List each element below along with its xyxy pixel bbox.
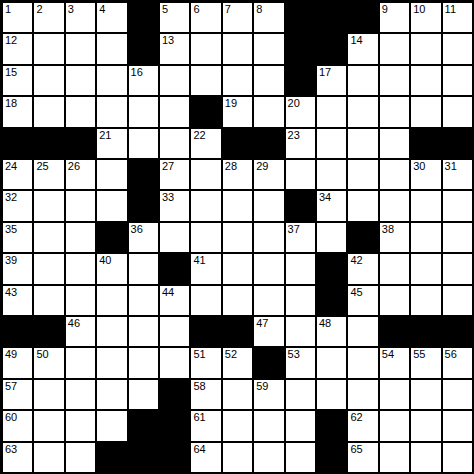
cell-r10c3[interactable] <box>66 286 95 315</box>
cell-r3c2[interactable] <box>34 66 63 95</box>
block-cell-r11c8 <box>223 317 252 346</box>
cell-r15c7[interactable]: 64 <box>191 443 220 472</box>
cell-r1c4[interactable]: 4 <box>97 3 126 32</box>
block-cell-r9c11 <box>317 254 346 283</box>
cell-r14c10[interactable] <box>286 411 315 440</box>
cell-r15c15[interactable] <box>443 443 472 472</box>
cell-r5c4[interactable]: 21 <box>97 129 126 158</box>
cell-r7c2[interactable] <box>34 191 63 220</box>
block-cell-r11c13 <box>380 317 409 346</box>
block-cell-r5c8 <box>223 129 252 158</box>
cell-r1c15[interactable]: 11 <box>443 3 472 32</box>
cell-r11c10[interactable] <box>286 317 315 346</box>
block-cell-r5c9 <box>254 129 283 158</box>
clue-number-15: 15 <box>5 66 17 79</box>
cell-r9c7[interactable]: 41 <box>191 254 220 283</box>
clue-number-38: 38 <box>382 223 394 236</box>
cell-r8c13[interactable]: 38 <box>380 223 409 252</box>
clue-number-42: 42 <box>350 254 362 267</box>
cell-r11c4[interactable] <box>97 317 126 346</box>
cell-r10c4[interactable] <box>97 286 126 315</box>
cell-r1c13[interactable]: 9 <box>380 3 409 32</box>
clue-number-62: 62 <box>350 411 362 424</box>
cell-r2c6[interactable]: 13 <box>160 34 189 63</box>
cell-r14c13[interactable] <box>380 411 409 440</box>
cell-r1c14[interactable]: 10 <box>411 3 440 32</box>
cell-r1c3[interactable]: 3 <box>66 3 95 32</box>
cell-r3c12[interactable] <box>348 66 377 95</box>
cell-r10c8[interactable] <box>223 286 252 315</box>
cell-r4c15[interactable] <box>443 97 472 126</box>
cell-r3c13[interactable] <box>380 66 409 95</box>
block-cell-r12c9 <box>254 348 283 377</box>
cell-r3c1[interactable]: 15 <box>3 66 32 95</box>
cell-r9c1[interactable]: 39 <box>3 254 32 283</box>
cell-r8c11[interactable] <box>317 223 346 252</box>
cell-r13c8[interactable] <box>223 380 252 409</box>
cell-r14c9[interactable] <box>254 411 283 440</box>
cell-r9c13[interactable] <box>380 254 409 283</box>
cell-r10c9[interactable] <box>254 286 283 315</box>
cell-r9c12[interactable]: 42 <box>348 254 377 283</box>
cell-r13c9[interactable]: 59 <box>254 380 283 409</box>
clue-number-60: 60 <box>5 411 17 424</box>
block-cell-r14c6 <box>160 411 189 440</box>
cell-r6c4[interactable] <box>97 160 126 189</box>
clue-number-55: 55 <box>413 348 425 361</box>
cell-r7c12[interactable] <box>348 191 377 220</box>
cell-r10c1[interactable]: 43 <box>3 286 32 315</box>
clue-number-43: 43 <box>5 286 17 299</box>
clue-number-58: 58 <box>193 380 205 393</box>
clue-number-19: 19 <box>225 97 237 110</box>
cell-r3c6[interactable] <box>160 66 189 95</box>
cell-r6c2[interactable]: 25 <box>34 160 63 189</box>
cell-r12c11[interactable] <box>317 348 346 377</box>
clue-number-46: 46 <box>68 317 80 330</box>
cell-r4c3[interactable] <box>66 97 95 126</box>
clue-number-65: 65 <box>350 443 362 456</box>
cell-r4c6[interactable] <box>160 97 189 126</box>
cell-r12c7[interactable]: 51 <box>191 348 220 377</box>
cell-r13c10[interactable] <box>286 380 315 409</box>
cell-r2c3[interactable] <box>66 34 95 63</box>
cell-r12c5[interactable] <box>129 348 158 377</box>
clue-number-57: 57 <box>5 380 17 393</box>
clue-number-4: 4 <box>99 3 105 16</box>
cell-r11c11[interactable]: 48 <box>317 317 346 346</box>
cell-r5c7[interactable]: 22 <box>191 129 220 158</box>
cell-r8c9[interactable] <box>254 223 283 252</box>
clue-number-25: 25 <box>36 160 48 173</box>
block-cell-r5c1 <box>3 129 32 158</box>
block-cell-r10c11 <box>317 286 346 315</box>
cell-r6c11[interactable] <box>317 160 346 189</box>
cell-r7c13[interactable] <box>380 191 409 220</box>
cell-r15c13[interactable] <box>380 443 409 472</box>
cell-r10c15[interactable] <box>443 286 472 315</box>
cell-r3c15[interactable] <box>443 66 472 95</box>
clue-number-35: 35 <box>5 223 17 236</box>
cell-r9c8[interactable] <box>223 254 252 283</box>
cell-r6c9[interactable]: 29 <box>254 160 283 189</box>
clue-number-12: 12 <box>5 34 17 47</box>
cell-r9c5[interactable] <box>129 254 158 283</box>
cell-r2c12[interactable]: 14 <box>348 34 377 63</box>
cell-r6c10[interactable] <box>286 160 315 189</box>
cell-r5c5[interactable] <box>129 129 158 158</box>
clue-number-32: 32 <box>5 191 17 204</box>
cell-r15c9[interactable] <box>254 443 283 472</box>
block-cell-r5c3 <box>66 129 95 158</box>
block-cell-r7c5 <box>129 191 158 220</box>
cell-r10c14[interactable] <box>411 286 440 315</box>
cell-r11c12[interactable] <box>348 317 377 346</box>
cell-r15c8[interactable] <box>223 443 252 472</box>
block-cell-r15c6 <box>160 443 189 472</box>
cell-r8c2[interactable] <box>34 223 63 252</box>
cell-r8c8[interactable] <box>223 223 252 252</box>
cell-r4c4[interactable] <box>97 97 126 126</box>
cell-r1c1[interactable]: 1 <box>3 3 32 32</box>
clue-number-50: 50 <box>36 348 48 361</box>
cell-r13c1[interactable]: 57 <box>3 380 32 409</box>
cell-r5c11[interactable] <box>317 129 346 158</box>
cell-r4c14[interactable] <box>411 97 440 126</box>
cell-r11c3[interactable]: 46 <box>66 317 95 346</box>
cell-r12c3[interactable] <box>66 348 95 377</box>
cell-r2c15[interactable] <box>443 34 472 63</box>
cell-r2c1[interactable]: 12 <box>3 34 32 63</box>
cell-r3c3[interactable] <box>66 66 95 95</box>
cell-r8c6[interactable] <box>160 223 189 252</box>
crossword-board: 1234567891011121314151617181920212223242… <box>0 0 474 474</box>
clue-number-18: 18 <box>5 97 17 110</box>
cell-r9c14[interactable] <box>411 254 440 283</box>
clue-number-54: 54 <box>382 348 394 361</box>
cell-r12c2[interactable]: 50 <box>34 348 63 377</box>
cell-r10c12[interactable]: 45 <box>348 286 377 315</box>
clue-number-10: 10 <box>413 3 425 16</box>
cell-r1c7[interactable]: 6 <box>191 3 220 32</box>
block-cell-r7c10 <box>286 191 315 220</box>
cell-r6c14[interactable]: 30 <box>411 160 440 189</box>
cell-r14c3[interactable] <box>66 411 95 440</box>
cell-r2c9[interactable] <box>254 34 283 63</box>
cell-r13c5[interactable] <box>129 380 158 409</box>
cell-r6c7[interactable] <box>191 160 220 189</box>
cell-r4c11[interactable] <box>317 97 346 126</box>
cell-r3c11[interactable]: 17 <box>317 66 346 95</box>
cell-r2c14[interactable] <box>411 34 440 63</box>
clue-number-2: 2 <box>36 3 42 16</box>
clue-number-34: 34 <box>319 191 331 204</box>
block-cell-r11c1 <box>3 317 32 346</box>
cell-r2c4[interactable] <box>97 34 126 63</box>
clue-number-45: 45 <box>350 286 362 299</box>
cell-r9c9[interactable] <box>254 254 283 283</box>
cell-r9c10[interactable] <box>286 254 315 283</box>
clue-number-53: 53 <box>288 348 300 361</box>
cell-r12c4[interactable] <box>97 348 126 377</box>
block-cell-r11c15 <box>443 317 472 346</box>
clue-number-30: 30 <box>413 160 425 173</box>
clue-number-28: 28 <box>225 160 237 173</box>
cell-r10c2[interactable] <box>34 286 63 315</box>
cell-r14c2[interactable] <box>34 411 63 440</box>
cell-r14c7[interactable]: 61 <box>191 411 220 440</box>
cell-r8c5[interactable]: 36 <box>129 223 158 252</box>
cell-r6c8[interactable]: 28 <box>223 160 252 189</box>
cell-r1c6[interactable]: 5 <box>160 3 189 32</box>
clue-number-36: 36 <box>131 223 143 236</box>
cell-r13c7[interactable]: 58 <box>191 380 220 409</box>
cell-r15c2[interactable] <box>34 443 63 472</box>
cell-r3c5[interactable]: 16 <box>129 66 158 95</box>
cell-r8c10[interactable]: 37 <box>286 223 315 252</box>
cell-r5c10[interactable]: 23 <box>286 129 315 158</box>
cell-r8c7[interactable] <box>191 223 220 252</box>
cell-r2c7[interactable] <box>191 34 220 63</box>
cell-r13c13[interactable] <box>380 380 409 409</box>
cell-r14c12[interactable]: 62 <box>348 411 377 440</box>
cell-r15c12[interactable]: 65 <box>348 443 377 472</box>
clue-number-11: 11 <box>445 3 456 16</box>
cell-r4c9[interactable] <box>254 97 283 126</box>
cell-r13c15[interactable] <box>443 380 472 409</box>
clue-number-24: 24 <box>5 160 17 173</box>
cell-r5c13[interactable] <box>380 129 409 158</box>
cell-r13c14[interactable] <box>411 380 440 409</box>
clue-number-9: 9 <box>382 3 388 16</box>
clue-number-37: 37 <box>288 223 300 236</box>
cell-r4c13[interactable] <box>380 97 409 126</box>
cell-r14c8[interactable] <box>223 411 252 440</box>
clue-number-31: 31 <box>445 160 457 173</box>
cell-r4c5[interactable] <box>129 97 158 126</box>
cell-r7c7[interactable] <box>191 191 220 220</box>
cell-r7c3[interactable] <box>66 191 95 220</box>
clue-number-47: 47 <box>256 317 268 330</box>
cell-r3c14[interactable] <box>411 66 440 95</box>
cell-r7c14[interactable] <box>411 191 440 220</box>
clue-number-63: 63 <box>5 443 17 456</box>
cell-r7c15[interactable] <box>443 191 472 220</box>
cell-r4c2[interactable] <box>34 97 63 126</box>
cell-r15c10[interactable] <box>286 443 315 472</box>
clue-number-1: 1 <box>5 3 11 16</box>
cell-r10c5[interactable] <box>129 286 158 315</box>
block-cell-r8c12 <box>348 223 377 252</box>
clue-number-56: 56 <box>445 348 457 361</box>
clue-number-5: 5 <box>162 3 168 16</box>
clue-number-44: 44 <box>162 286 174 299</box>
clue-number-17: 17 <box>319 66 331 79</box>
cell-r11c5[interactable] <box>129 317 158 346</box>
cell-r15c3[interactable] <box>66 443 95 472</box>
cell-r4c8[interactable]: 19 <box>223 97 252 126</box>
clue-number-14: 14 <box>350 34 362 47</box>
cell-r9c4[interactable]: 40 <box>97 254 126 283</box>
cell-r6c15[interactable]: 31 <box>443 160 472 189</box>
block-cell-r11c2 <box>34 317 63 346</box>
clue-number-13: 13 <box>162 34 174 47</box>
block-cell-r4c7 <box>191 97 220 126</box>
cell-r12c1[interactable]: 49 <box>3 348 32 377</box>
cell-r9c15[interactable] <box>443 254 472 283</box>
clue-number-8: 8 <box>256 3 262 16</box>
clue-number-22: 22 <box>193 129 205 142</box>
cell-r5c12[interactable] <box>348 129 377 158</box>
clue-number-59: 59 <box>256 380 268 393</box>
cell-r4c10[interactable]: 20 <box>286 97 315 126</box>
clue-number-23: 23 <box>288 129 300 142</box>
cell-r3c7[interactable] <box>191 66 220 95</box>
block-cell-r1c10 <box>286 3 315 32</box>
cell-r13c3[interactable] <box>66 380 95 409</box>
cell-r7c9[interactable] <box>254 191 283 220</box>
block-cell-r5c2 <box>34 129 63 158</box>
clue-number-26: 26 <box>68 160 80 173</box>
block-cell-r15c5 <box>129 443 158 472</box>
block-cell-r15c11 <box>317 443 346 472</box>
block-cell-r2c10 <box>286 34 315 63</box>
cell-r2c2[interactable] <box>34 34 63 63</box>
cell-r12c13[interactable]: 54 <box>380 348 409 377</box>
clue-number-52: 52 <box>225 348 237 361</box>
cell-r12c6[interactable] <box>160 348 189 377</box>
clue-number-6: 6 <box>193 3 199 16</box>
cell-r11c6[interactable] <box>160 317 189 346</box>
clue-number-3: 3 <box>68 3 74 16</box>
cell-r7c1[interactable]: 32 <box>3 191 32 220</box>
block-cell-r5c15 <box>443 129 472 158</box>
cell-r10c6[interactable]: 44 <box>160 286 189 315</box>
cell-r14c14[interactable] <box>411 411 440 440</box>
cell-r8c1[interactable]: 35 <box>3 223 32 252</box>
block-cell-r2c11 <box>317 34 346 63</box>
block-cell-r3c10 <box>286 66 315 95</box>
cell-r12c15[interactable]: 56 <box>443 348 472 377</box>
cell-r15c14[interactable] <box>411 443 440 472</box>
clue-number-40: 40 <box>99 254 111 267</box>
block-cell-r6c5 <box>129 160 158 189</box>
clue-number-20: 20 <box>288 97 300 110</box>
clue-number-33: 33 <box>162 191 174 204</box>
block-cell-r15c4 <box>97 443 126 472</box>
clue-number-48: 48 <box>319 317 331 330</box>
cell-r7c4[interactable] <box>97 191 126 220</box>
cell-r2c8[interactable] <box>223 34 252 63</box>
block-cell-r1c11 <box>317 3 346 32</box>
cell-r8c14[interactable] <box>411 223 440 252</box>
cell-r14c1[interactable]: 60 <box>3 411 32 440</box>
clue-number-51: 51 <box>193 348 205 361</box>
block-cell-r5c14 <box>411 129 440 158</box>
cell-r13c4[interactable] <box>97 380 126 409</box>
block-cell-r2c5 <box>129 34 158 63</box>
cell-r4c12[interactable] <box>348 97 377 126</box>
block-cell-r1c12 <box>348 3 377 32</box>
cell-r4c1[interactable]: 18 <box>3 97 32 126</box>
block-cell-r14c5 <box>129 411 158 440</box>
cell-r11c9[interactable]: 47 <box>254 317 283 346</box>
cell-r7c6[interactable]: 33 <box>160 191 189 220</box>
cell-r9c3[interactable] <box>66 254 95 283</box>
cell-r9c2[interactable] <box>34 254 63 283</box>
cell-r6c12[interactable] <box>348 160 377 189</box>
clue-number-41: 41 <box>193 254 205 267</box>
cell-r3c4[interactable] <box>97 66 126 95</box>
clue-number-27: 27 <box>162 160 174 173</box>
cell-r10c7[interactable] <box>191 286 220 315</box>
cell-r13c12[interactable] <box>348 380 377 409</box>
cell-r1c8[interactable]: 7 <box>223 3 252 32</box>
cell-r15c1[interactable]: 63 <box>3 443 32 472</box>
cell-r14c15[interactable] <box>443 411 472 440</box>
cell-r12c8[interactable]: 52 <box>223 348 252 377</box>
cell-r12c14[interactable]: 55 <box>411 348 440 377</box>
block-cell-r11c14 <box>411 317 440 346</box>
cell-r6c1[interactable]: 24 <box>3 160 32 189</box>
block-cell-r1c5 <box>129 3 158 32</box>
cell-r7c11[interactable]: 34 <box>317 191 346 220</box>
cell-r6c6[interactable]: 27 <box>160 160 189 189</box>
cell-r1c9[interactable]: 8 <box>254 3 283 32</box>
clue-number-61: 61 <box>193 411 205 424</box>
clue-number-49: 49 <box>5 348 17 361</box>
clue-number-64: 64 <box>193 443 205 456</box>
cell-r13c11[interactable] <box>317 380 346 409</box>
clue-number-7: 7 <box>225 3 231 16</box>
cell-r6c13[interactable] <box>380 160 409 189</box>
cell-r14c4[interactable] <box>97 411 126 440</box>
block-cell-r9c6 <box>160 254 189 283</box>
cell-r8c3[interactable] <box>66 223 95 252</box>
cell-r7c8[interactable] <box>223 191 252 220</box>
clue-number-29: 29 <box>256 160 268 173</box>
clue-number-16: 16 <box>131 66 143 79</box>
cell-r8c15[interactable] <box>443 223 472 252</box>
cell-r10c10[interactable] <box>286 286 315 315</box>
cell-r5c6[interactable] <box>160 129 189 158</box>
cell-r1c2[interactable]: 2 <box>34 3 63 32</box>
cell-r3c9[interactable] <box>254 66 283 95</box>
block-cell-r8c4 <box>97 223 126 252</box>
clue-number-21: 21 <box>99 129 111 142</box>
block-cell-r11c7 <box>191 317 220 346</box>
block-cell-r13c6 <box>160 380 189 409</box>
block-cell-r14c11 <box>317 411 346 440</box>
cell-r6c3[interactable]: 26 <box>66 160 95 189</box>
cell-r13c2[interactable] <box>34 380 63 409</box>
clue-number-39: 39 <box>5 254 17 267</box>
cell-r12c10[interactable]: 53 <box>286 348 315 377</box>
cell-r3c8[interactable] <box>223 66 252 95</box>
cell-r10c13[interactable] <box>380 286 409 315</box>
cell-r2c13[interactable] <box>380 34 409 63</box>
cell-r12c12[interactable] <box>348 348 377 377</box>
